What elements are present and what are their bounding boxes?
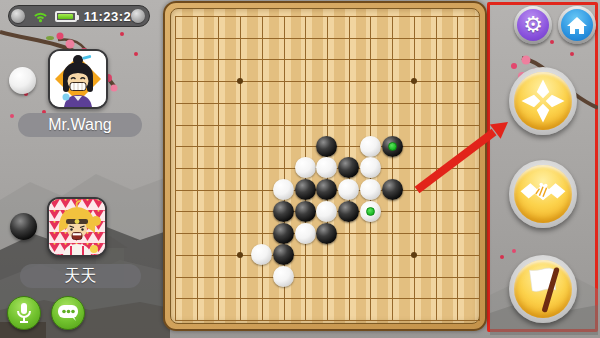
avatar-bottom-player[interactable]: [47, 197, 107, 257]
chat-bubble-icon: [56, 302, 80, 324]
avatar-mr-wang-image: [50, 51, 106, 107]
stone-black: [273, 201, 294, 222]
player-name-bottom: 天天: [20, 264, 141, 288]
player-name-top: Mr.Wang: [18, 113, 142, 137]
avatar-tiantian-image: [49, 199, 105, 255]
chat-button[interactable]: [51, 296, 85, 330]
home-button[interactable]: [558, 6, 596, 44]
stone-black: [316, 223, 337, 244]
white-stone-indicator: [9, 67, 36, 94]
stone-black: [273, 223, 294, 244]
stone-white: [273, 266, 294, 287]
stone-black: [295, 201, 316, 222]
moves-button[interactable]: [509, 67, 577, 135]
home-icon: [566, 15, 588, 35]
pill-end-knob-left: [11, 9, 25, 23]
settings-button[interactable]: ⚙: [514, 6, 552, 44]
board-grid[interactable]: [175, 16, 480, 321]
stone-white: [316, 201, 337, 222]
handshake-icon: [517, 168, 569, 220]
avatar-top-player[interactable]: [48, 49, 108, 109]
white-flag-icon: [517, 263, 569, 315]
stone-black: [316, 179, 337, 200]
four-diamonds-icon: [517, 75, 569, 127]
star-point: [237, 252, 243, 258]
star-point: [411, 252, 417, 258]
stone-black: [382, 179, 403, 200]
stone-white: [273, 179, 294, 200]
pill-end-knob-right: [131, 9, 145, 23]
last-move-marker: [366, 207, 375, 216]
battery-icon: [55, 11, 77, 22]
stone-white: [251, 244, 272, 265]
gear-icon: ⚙: [523, 14, 543, 36]
app-screen: 11:23:29 Mr.Wang: [0, 0, 600, 338]
voice-button[interactable]: [7, 296, 41, 330]
status-bar: 11:23:29: [8, 5, 150, 27]
star-point: [237, 78, 243, 84]
black-stone-indicator: [10, 213, 37, 240]
star-point: [411, 78, 417, 84]
stone-black: [338, 157, 359, 178]
stone-black: [273, 244, 294, 265]
stone-white: [295, 223, 316, 244]
stone-white: [360, 136, 381, 157]
stone-white: [360, 201, 381, 222]
last-move-marker: [388, 142, 397, 151]
stone-black: [316, 136, 337, 157]
microphone-icon: [13, 301, 35, 325]
stone-black: [338, 201, 359, 222]
stone-black: [295, 179, 316, 200]
wifi-icon: [33, 10, 48, 23]
stone-white: [316, 157, 337, 178]
draw-offer-button[interactable]: [509, 160, 577, 228]
stone-black: [382, 136, 403, 157]
stone-white: [338, 179, 359, 200]
stone-white: [295, 157, 316, 178]
stone-white: [360, 179, 381, 200]
stone-white: [360, 157, 381, 178]
resign-button[interactable]: [509, 255, 577, 323]
